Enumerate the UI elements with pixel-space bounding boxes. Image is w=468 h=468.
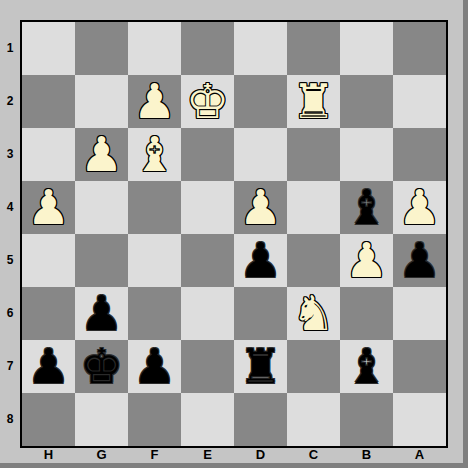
white-rook: ♜: [292, 75, 335, 128]
white-bishop: ♝: [133, 128, 176, 181]
square-c7[interactable]: [287, 340, 340, 393]
chess-window: ♟♚♜♟♝♟♟♝♟♟♟♟♟♞♟♚♟♜♝ 12345678 HGFEDCBA: [0, 0, 468, 468]
black-pawn: ♟: [27, 340, 70, 393]
square-b8[interactable]: [340, 393, 393, 446]
square-c1[interactable]: [287, 22, 340, 75]
white-pawn: ♟: [239, 181, 282, 234]
square-b3[interactable]: [340, 128, 393, 181]
white-pawn: ♟: [398, 181, 441, 234]
square-e6[interactable]: [181, 287, 234, 340]
white-king: ♚: [186, 75, 229, 128]
square-a6[interactable]: [393, 287, 446, 340]
square-h2[interactable]: [22, 75, 75, 128]
square-e2[interactable]: ♚: [181, 75, 234, 128]
square-g7[interactable]: ♚: [75, 340, 128, 393]
file-label-b: B: [340, 447, 393, 465]
black-pawn: ♟: [133, 340, 176, 393]
square-h6[interactable]: [22, 287, 75, 340]
rank-label-7: 7: [0, 340, 20, 393]
black-rook: ♜: [239, 340, 282, 393]
square-c4[interactable]: [287, 181, 340, 234]
white-pawn: ♟: [80, 128, 123, 181]
black-bishop: ♝: [345, 181, 388, 234]
square-f8[interactable]: [128, 393, 181, 446]
rank-label-8: 8: [0, 393, 20, 446]
square-h7[interactable]: ♟: [22, 340, 75, 393]
white-pawn: ♟: [345, 234, 388, 287]
square-f6[interactable]: [128, 287, 181, 340]
square-h5[interactable]: [22, 234, 75, 287]
square-f2[interactable]: ♟: [128, 75, 181, 128]
square-e7[interactable]: [181, 340, 234, 393]
square-f4[interactable]: [128, 181, 181, 234]
square-a7[interactable]: [393, 340, 446, 393]
square-g8[interactable]: [75, 393, 128, 446]
square-d3[interactable]: [234, 128, 287, 181]
square-d6[interactable]: [234, 287, 287, 340]
square-f1[interactable]: [128, 22, 181, 75]
black-king: ♚: [80, 340, 123, 393]
rank-label-4: 4: [0, 181, 20, 234]
rank-label-5: 5: [0, 234, 20, 287]
rank-label-3: 3: [0, 128, 20, 181]
square-d4[interactable]: ♟: [234, 181, 287, 234]
file-label-h: H: [22, 447, 75, 465]
square-c6[interactable]: ♞: [287, 287, 340, 340]
square-g6[interactable]: ♟: [75, 287, 128, 340]
square-b7[interactable]: ♝: [340, 340, 393, 393]
black-pawn: ♟: [398, 234, 441, 287]
square-g4[interactable]: [75, 181, 128, 234]
black-pawn: ♟: [239, 234, 282, 287]
square-g3[interactable]: ♟: [75, 128, 128, 181]
square-d2[interactable]: [234, 75, 287, 128]
square-d1[interactable]: [234, 22, 287, 75]
square-a5[interactable]: ♟: [393, 234, 446, 287]
square-g2[interactable]: [75, 75, 128, 128]
file-label-c: C: [287, 447, 340, 465]
file-label-e: E: [181, 447, 234, 465]
rank-label-2: 2: [0, 75, 20, 128]
square-a3[interactable]: [393, 128, 446, 181]
square-a2[interactable]: [393, 75, 446, 128]
square-e8[interactable]: [181, 393, 234, 446]
white-pawn: ♟: [133, 75, 176, 128]
square-b5[interactable]: ♟: [340, 234, 393, 287]
square-b4[interactable]: ♝: [340, 181, 393, 234]
square-d7[interactable]: ♜: [234, 340, 287, 393]
rank-label-1: 1: [0, 22, 20, 75]
square-e3[interactable]: [181, 128, 234, 181]
square-h3[interactable]: [22, 128, 75, 181]
file-label-g: G: [75, 447, 128, 465]
file-label-a: A: [393, 447, 446, 465]
square-e5[interactable]: [181, 234, 234, 287]
square-b6[interactable]: [340, 287, 393, 340]
square-e4[interactable]: [181, 181, 234, 234]
square-h8[interactable]: [22, 393, 75, 446]
square-b2[interactable]: [340, 75, 393, 128]
square-g5[interactable]: [75, 234, 128, 287]
black-bishop: ♝: [345, 340, 388, 393]
square-a1[interactable]: [393, 22, 446, 75]
square-b1[interactable]: [340, 22, 393, 75]
square-e1[interactable]: [181, 22, 234, 75]
square-c2[interactable]: ♜: [287, 75, 340, 128]
square-g1[interactable]: [75, 22, 128, 75]
file-label-d: D: [234, 447, 287, 465]
square-c8[interactable]: [287, 393, 340, 446]
square-h4[interactable]: ♟: [22, 181, 75, 234]
square-c3[interactable]: [287, 128, 340, 181]
square-a4[interactable]: ♟: [393, 181, 446, 234]
file-label-f: F: [128, 447, 181, 465]
square-d5[interactable]: ♟: [234, 234, 287, 287]
black-pawn: ♟: [80, 287, 123, 340]
chess-board: ♟♚♜♟♝♟♟♝♟♟♟♟♟♞♟♚♟♜♝: [20, 20, 448, 448]
square-f7[interactable]: ♟: [128, 340, 181, 393]
white-pawn: ♟: [27, 181, 70, 234]
square-a8[interactable]: [393, 393, 446, 446]
square-h1[interactable]: [22, 22, 75, 75]
white-knight: ♞: [292, 287, 335, 340]
square-f3[interactable]: ♝: [128, 128, 181, 181]
rank-label-6: 6: [0, 287, 20, 340]
square-d8[interactable]: [234, 393, 287, 446]
square-c5[interactable]: [287, 234, 340, 287]
square-f5[interactable]: [128, 234, 181, 287]
